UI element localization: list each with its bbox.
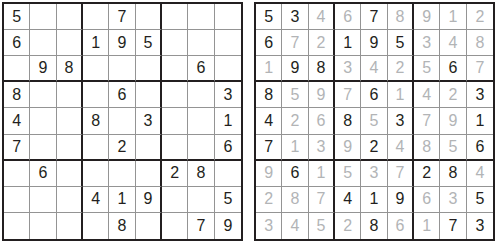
puzzle-grid-cell-r8c4: 4 xyxy=(83,187,109,213)
puzzle-grid-cell-r4c6 xyxy=(136,82,162,108)
puzzle-grid-cell-r1c7 xyxy=(162,4,188,30)
puzzle-grid-cell-r6c6 xyxy=(136,135,162,161)
solution-grid-cell-r3c7: 5 xyxy=(414,56,440,82)
puzzle-grid-cell-r3c6 xyxy=(136,56,162,82)
solution-grid-cell-r6c2: 1 xyxy=(282,135,308,161)
solution-grid-cell-r2c1: 6 xyxy=(256,30,282,56)
solution-grid-cell-r4c7: 4 xyxy=(414,82,440,108)
solution-grid-cell-r1c3: 4 xyxy=(309,4,335,30)
solution-grid-cell-r3c1: 1 xyxy=(256,56,282,82)
sudoku-board-puzzle: 57619598686348317266284195879 xyxy=(2,2,243,241)
puzzle-grid-cell-r1c1: 5 xyxy=(4,4,30,30)
puzzle-grid-cell-r9c2 xyxy=(30,213,56,239)
puzzle-grid-cell-r8c2 xyxy=(30,187,56,213)
puzzle-grid-cell-r8c5: 1 xyxy=(109,187,135,213)
puzzle-grid-cell-r6c2 xyxy=(30,135,56,161)
solution-grid-cell-r3c2: 9 xyxy=(282,56,308,82)
puzzle-grid-cell-r3c4 xyxy=(83,56,109,82)
solution-grid-cell-r5c8: 9 xyxy=(440,108,466,134)
puzzle-grid-cell-r5c8 xyxy=(188,108,214,134)
puzzle-grid-cell-r3c5 xyxy=(109,56,135,82)
puzzle-grid-cell-r7c2: 6 xyxy=(30,161,56,187)
puzzle-grid-cell-r8c3 xyxy=(57,187,83,213)
solution-grid-cell-r9c1: 3 xyxy=(256,213,282,239)
solution-grid-cell-r4c5: 6 xyxy=(361,82,387,108)
puzzle-grid-cell-r7c4 xyxy=(83,161,109,187)
solution-grid-cell-r8c6: 9 xyxy=(388,187,414,213)
solution-grid-cell-r8c9: 5 xyxy=(467,187,493,213)
puzzle-grid-cell-r2c6: 5 xyxy=(136,30,162,56)
puzzle-grid-cell-r9c3 xyxy=(57,213,83,239)
solution-grid-cell-r4c1: 8 xyxy=(256,82,282,108)
puzzle-grid-cell-r4c4 xyxy=(83,82,109,108)
solution-grid-cell-r4c8: 2 xyxy=(440,82,466,108)
puzzle-grid-cell-r2c2 xyxy=(30,30,56,56)
solution-grid-cell-r1c9: 2 xyxy=(467,4,493,30)
puzzle-grid-cell-r2c1: 6 xyxy=(4,30,30,56)
solution-grid-cell-r8c5: 1 xyxy=(361,187,387,213)
sudoku-diagram-page: 57619598686348317266284195879 5346789126… xyxy=(0,0,498,243)
solution-grid-cell-r3c3: 8 xyxy=(309,56,335,82)
puzzle-grid-cell-r9c4 xyxy=(83,213,109,239)
solution-grid-cell-r7c5: 3 xyxy=(361,161,387,187)
puzzle-grid-cell-r7c9 xyxy=(215,161,241,187)
puzzle-grid-cell-r3c3: 8 xyxy=(57,56,83,82)
solution-grid-cell-r1c6: 8 xyxy=(388,4,414,30)
solution-grid-cell-r9c3: 5 xyxy=(309,213,335,239)
solution-grid-cell-r8c2: 8 xyxy=(282,187,308,213)
puzzle-grid-cell-r9c5: 8 xyxy=(109,213,135,239)
puzzle-grid-cell-r9c1 xyxy=(4,213,30,239)
puzzle-grid-cell-r1c5: 7 xyxy=(109,4,135,30)
solution-grid-cell-r2c3: 2 xyxy=(309,30,335,56)
sudoku-board-solution: 5346789126721953481983425678597614234268… xyxy=(254,2,495,241)
solution-grid-cell-r2c5: 9 xyxy=(361,30,387,56)
puzzle-grid-cell-r1c4 xyxy=(83,4,109,30)
puzzle-grid-cell-r4c7 xyxy=(162,82,188,108)
solution-grid-cell-r5c3: 6 xyxy=(309,108,335,134)
puzzle-grid-cell-r8c6: 9 xyxy=(136,187,162,213)
puzzle-grid-cell-r7c7: 2 xyxy=(162,161,188,187)
solution-grid-cell-r6c6: 4 xyxy=(388,135,414,161)
puzzle-grid-cell-r5c4: 8 xyxy=(83,108,109,134)
solution-grid-cell-r8c7: 6 xyxy=(414,187,440,213)
puzzle-grid-cell-r6c3 xyxy=(57,135,83,161)
solution-grid-cell-r7c9: 4 xyxy=(467,161,493,187)
puzzle-grid-cell-r2c8 xyxy=(188,30,214,56)
puzzle-grid-cell-r5c1: 4 xyxy=(4,108,30,134)
puzzle-grid-cell-r4c9: 3 xyxy=(215,82,241,108)
solution-grid-cell-r9c7: 1 xyxy=(414,213,440,239)
puzzle-grid-cell-r4c2 xyxy=(30,82,56,108)
solution-grid-cell-r6c7: 8 xyxy=(414,135,440,161)
solution-grid-cell-r4c6: 1 xyxy=(388,82,414,108)
puzzle-grid-cell-r7c3 xyxy=(57,161,83,187)
solution-grid-cell-r3c8: 6 xyxy=(440,56,466,82)
puzzle-grid-cell-r3c7 xyxy=(162,56,188,82)
puzzle-grid-cell-r5c2 xyxy=(30,108,56,134)
solution-grid-cell-r1c1: 5 xyxy=(256,4,282,30)
puzzle-grid-cell-r6c8 xyxy=(188,135,214,161)
solution-grid-cell-r6c1: 7 xyxy=(256,135,282,161)
puzzle-grid-cell-r1c3 xyxy=(57,4,83,30)
solution-grid-cell-r7c2: 6 xyxy=(282,161,308,187)
puzzle-grid-cell-r9c6 xyxy=(136,213,162,239)
puzzle-grid-cell-r3c8: 6 xyxy=(188,56,214,82)
solution-grid-cell-r8c8: 3 xyxy=(440,187,466,213)
solution-grid-cell-r6c3: 3 xyxy=(309,135,335,161)
puzzle-grid-cell-r2c3 xyxy=(57,30,83,56)
puzzle-grid-cell-r5c9: 1 xyxy=(215,108,241,134)
puzzle-grid-cell-r6c1: 7 xyxy=(4,135,30,161)
puzzle-grid-cell-r1c9 xyxy=(215,4,241,30)
puzzle-grid-cell-r2c9 xyxy=(215,30,241,56)
solution-grid-cell-r7c8: 8 xyxy=(440,161,466,187)
puzzle-grid-cell-r5c6: 3 xyxy=(136,108,162,134)
solution-grid-cell-r3c4: 3 xyxy=(335,56,361,82)
puzzle-grid-cell-r5c3 xyxy=(57,108,83,134)
puzzle-grid-cell-r9c9: 9 xyxy=(215,213,241,239)
solution-grid-cell-r1c5: 7 xyxy=(361,4,387,30)
puzzle-grid-cell-r8c8 xyxy=(188,187,214,213)
puzzle-grid-cell-r4c1: 8 xyxy=(4,82,30,108)
solution-grid-cell-r3c6: 2 xyxy=(388,56,414,82)
puzzle-grid-cell-r8c1 xyxy=(4,187,30,213)
solution-grid-cell-r2c9: 8 xyxy=(467,30,493,56)
puzzle-grid-cell-r2c4: 1 xyxy=(83,30,109,56)
solution-grid-cell-r5c6: 3 xyxy=(388,108,414,134)
puzzle-grid-cell-r1c2 xyxy=(30,4,56,30)
solution-grid-cell-r6c4: 9 xyxy=(335,135,361,161)
puzzle-grid-cell-r2c5: 9 xyxy=(109,30,135,56)
puzzle-grid-cell-r3c2: 9 xyxy=(30,56,56,82)
puzzle-grid-cell-r4c5: 6 xyxy=(109,82,135,108)
solution-grid-cell-r1c7: 9 xyxy=(414,4,440,30)
solution-grid-cell-r7c6: 7 xyxy=(388,161,414,187)
solution-grid-cell-r7c4: 5 xyxy=(335,161,361,187)
puzzle-grid-cell-r3c9 xyxy=(215,56,241,82)
puzzle-grid-cell-r7c6 xyxy=(136,161,162,187)
puzzle-grid-cell-r9c7 xyxy=(162,213,188,239)
solution-grid-cell-r2c2: 7 xyxy=(282,30,308,56)
puzzle-grid-cell-r4c3 xyxy=(57,82,83,108)
puzzle-grid-cell-r6c4 xyxy=(83,135,109,161)
solution-grid-cell-r3c5: 4 xyxy=(361,56,387,82)
solution-grid-cell-r8c3: 7 xyxy=(309,187,335,213)
solution-grid-cell-r2c4: 1 xyxy=(335,30,361,56)
solution-grid-cell-r4c3: 9 xyxy=(309,82,335,108)
solution-grid-cell-r9c4: 2 xyxy=(335,213,361,239)
puzzle-grid-cell-r6c7 xyxy=(162,135,188,161)
solution-grid-cell-r6c8: 5 xyxy=(440,135,466,161)
puzzle-grid-cell-r7c5 xyxy=(109,161,135,187)
solution-grid-cell-r7c7: 2 xyxy=(414,161,440,187)
puzzle-grid-cell-r6c5: 2 xyxy=(109,135,135,161)
solution-grid-cell-r6c5: 2 xyxy=(361,135,387,161)
puzzle-grid-cell-r7c8: 8 xyxy=(188,161,214,187)
puzzle-grid-cell-r7c1 xyxy=(4,161,30,187)
solution-grid-cell-r1c4: 6 xyxy=(335,4,361,30)
solution-grid-cell-r9c6: 6 xyxy=(388,213,414,239)
puzzle-grid-cell-r9c8: 7 xyxy=(188,213,214,239)
puzzle-grid-cell-r8c7 xyxy=(162,187,188,213)
puzzle-grid-cell-r4c8 xyxy=(188,82,214,108)
solution-grid-cell-r4c2: 5 xyxy=(282,82,308,108)
solution-grid-cell-r3c9: 7 xyxy=(467,56,493,82)
puzzle-grid-cell-r6c9: 6 xyxy=(215,135,241,161)
solution-grid-cell-r5c7: 7 xyxy=(414,108,440,134)
puzzle-grid-cell-r5c5 xyxy=(109,108,135,134)
solution-grid-cell-r2c6: 5 xyxy=(388,30,414,56)
solution-grid-cell-r4c9: 3 xyxy=(467,82,493,108)
solution-grid-cell-r2c7: 3 xyxy=(414,30,440,56)
solution-grid-cell-r8c1: 2 xyxy=(256,187,282,213)
solution-grid-cell-r9c2: 4 xyxy=(282,213,308,239)
solution-grid-cell-r7c3: 1 xyxy=(309,161,335,187)
solution-grid-cell-r5c5: 5 xyxy=(361,108,387,134)
puzzle-grid-cell-r3c1 xyxy=(4,56,30,82)
puzzle-grid-cell-r5c7 xyxy=(162,108,188,134)
solution-grid-cell-r1c8: 1 xyxy=(440,4,466,30)
puzzle-grid-cell-r1c6 xyxy=(136,4,162,30)
solution-grid-cell-r5c9: 1 xyxy=(467,108,493,134)
solution-grid-cell-r5c1: 4 xyxy=(256,108,282,134)
solution-grid-cell-r9c9: 3 xyxy=(467,213,493,239)
solution-grid-cell-r7c1: 9 xyxy=(256,161,282,187)
solution-grid-cell-r9c8: 7 xyxy=(440,213,466,239)
puzzle-grid-cell-r1c8 xyxy=(188,4,214,30)
puzzle-grid-cell-r2c7 xyxy=(162,30,188,56)
solution-grid-cell-r1c2: 3 xyxy=(282,4,308,30)
solution-grid-cell-r9c5: 8 xyxy=(361,213,387,239)
solution-grid-cell-r2c8: 4 xyxy=(440,30,466,56)
solution-grid-cell-r5c2: 2 xyxy=(282,108,308,134)
solution-grid-cell-r5c4: 8 xyxy=(335,108,361,134)
solution-grid-cell-r6c9: 6 xyxy=(467,135,493,161)
solution-grid-cell-r8c4: 4 xyxy=(335,187,361,213)
puzzle-grid-cell-r8c9: 5 xyxy=(215,187,241,213)
solution-grid-cell-r4c4: 7 xyxy=(335,82,361,108)
